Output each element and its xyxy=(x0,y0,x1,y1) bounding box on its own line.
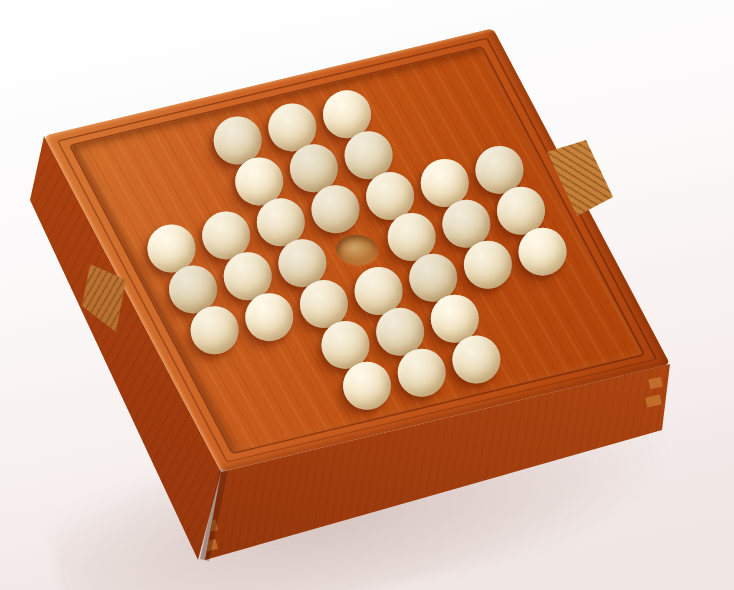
peg-marble[interactable] xyxy=(398,349,446,397)
finger-joint xyxy=(645,394,662,407)
peg-marble[interactable] xyxy=(245,293,293,341)
finger-joint xyxy=(648,377,663,390)
peg-marble[interactable] xyxy=(519,228,567,276)
empty-hole[interactable] xyxy=(330,231,384,270)
peg-marble[interactable] xyxy=(311,185,359,233)
peg-marble[interactable] xyxy=(452,336,500,384)
peg-marble[interactable] xyxy=(191,306,239,354)
peg-marble[interactable] xyxy=(464,241,512,289)
peg-marble[interactable] xyxy=(343,362,391,410)
photo-scene xyxy=(0,0,734,590)
